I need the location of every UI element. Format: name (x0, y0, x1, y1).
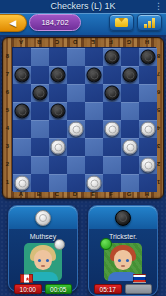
move-timer: 00:05 (45, 284, 73, 294)
checker-ring (54, 71, 62, 79)
square-F2[interactable] (103, 156, 121, 174)
player-left-timers: 10:00 00:05 (9, 284, 77, 294)
square-D7 (67, 66, 85, 84)
checker-ring (18, 71, 26, 79)
square-B6[interactable] (31, 84, 49, 102)
square-C7[interactable] (49, 66, 67, 84)
checker-ring (18, 107, 26, 115)
avatar-eye (38, 259, 41, 262)
checker-white-H2[interactable] (141, 158, 156, 173)
square-F5 (103, 102, 121, 120)
game-timer: 10:00 (14, 284, 42, 294)
white-checker-icon (35, 210, 51, 226)
rank-label-8: 8 (3, 47, 12, 65)
checker-ring (144, 125, 152, 133)
square-B7 (31, 66, 49, 84)
square-G4 (121, 120, 139, 138)
square-H1 (139, 174, 157, 192)
square-F1 (103, 174, 121, 192)
square-B8[interactable] (31, 48, 49, 66)
square-E4 (85, 120, 103, 138)
avatar-eye (118, 259, 121, 262)
square-A8 (13, 48, 31, 66)
checker-ring (144, 53, 152, 61)
square-E2 (85, 156, 103, 174)
avatar-mouth (121, 265, 125, 267)
checker-white-H4[interactable] (141, 122, 156, 137)
square-C4 (49, 120, 67, 138)
file-label-E: E (84, 38, 102, 47)
square-C6 (49, 84, 67, 102)
square-H3 (139, 138, 157, 156)
rank-label-5: 5 (3, 101, 12, 119)
checker-white-D4[interactable] (69, 122, 84, 137)
checker-black-B6[interactable] (33, 86, 48, 101)
square-A1[interactable] (13, 174, 31, 192)
checker-black-F8[interactable] (105, 50, 120, 65)
player-right-header (89, 206, 157, 229)
checker-black-H8[interactable] (141, 50, 156, 65)
checker-ring (144, 161, 152, 169)
rank-label-1: 1 (3, 173, 12, 191)
player-right-name: Trickster. (89, 233, 157, 240)
checker-black-C7[interactable] (51, 68, 66, 83)
russia-flag-icon (133, 274, 146, 283)
file-label-C: C (48, 38, 66, 47)
checker-white-A1[interactable] (15, 176, 30, 191)
square-F3 (103, 138, 121, 156)
square-G7[interactable] (121, 66, 139, 84)
coords-top: ABCDEFGH (12, 38, 156, 47)
checker-ring (108, 125, 116, 133)
square-G3[interactable] (121, 138, 139, 156)
square-A7[interactable] (13, 66, 31, 84)
square-G2 (121, 156, 139, 174)
canada-flag-icon (20, 274, 33, 283)
square-C2 (49, 156, 67, 174)
square-A5[interactable] (13, 102, 31, 120)
file-label-A: A (12, 38, 30, 47)
checker-ring (108, 89, 116, 97)
square-D5 (67, 102, 85, 120)
checker-ring (54, 107, 62, 115)
square-G8 (121, 48, 139, 66)
player-left-header (9, 206, 77, 229)
avatar-eye (126, 259, 129, 262)
square-H7 (139, 66, 157, 84)
score-badge[interactable]: 184,702 (29, 14, 81, 31)
checker-black-F6[interactable] (105, 86, 120, 101)
checker-white-C3[interactable] (51, 140, 66, 155)
rank-label-7: 7 (3, 65, 12, 83)
online-status-badge (100, 238, 112, 250)
avatar-face (114, 250, 132, 270)
checker-ring (126, 71, 134, 79)
square-F6[interactable] (103, 84, 121, 102)
checker-ring (108, 53, 116, 61)
file-label-D: D (66, 38, 84, 47)
checker-black-A7[interactable] (15, 68, 30, 83)
avatar-mouth (41, 265, 45, 267)
square-B2[interactable] (31, 156, 49, 174)
file-label-H: H (138, 38, 156, 47)
checker-black-E7[interactable] (87, 68, 102, 83)
score-value: 184,702 (41, 18, 68, 27)
square-D1 (67, 174, 85, 192)
move-timer-empty (125, 284, 153, 294)
square-C1[interactable] (49, 174, 67, 192)
player-panel-right[interactable]: Trickster. 05:17 (88, 205, 158, 296)
square-F7 (103, 66, 121, 84)
square-A2 (13, 156, 31, 174)
avatar-eye (46, 259, 49, 262)
game-timer: 05:17 (94, 284, 122, 294)
player-right-timers: 05:17 (89, 284, 157, 294)
kebab-menu-icon[interactable]: ⋮ (154, 0, 163, 13)
bar-chart-icon (144, 18, 155, 28)
chat-button[interactable] (109, 14, 134, 31)
checker-black-G7[interactable] (123, 68, 138, 83)
rank-label-2: 2 (3, 155, 12, 173)
square-C8 (49, 48, 67, 66)
square-D6[interactable] (67, 84, 85, 102)
coords-left: 87654321 (3, 47, 12, 191)
checker-ring (39, 214, 47, 222)
board-frame: ABCDEFGH ABCDEFGH 87654321 87654321 (2, 37, 164, 199)
square-B3 (31, 138, 49, 156)
square-G1[interactable] (121, 174, 139, 192)
checker-white-F4[interactable] (105, 122, 120, 137)
black-checker-icon (115, 210, 131, 226)
page-title: Checkers (L) 1K (50, 0, 115, 13)
square-B1 (31, 174, 49, 192)
square-H4[interactable] (139, 120, 157, 138)
square-F8[interactable] (103, 48, 121, 66)
rank-label-3: 3 (3, 137, 12, 155)
square-D4[interactable] (67, 120, 85, 138)
board-grid (12, 47, 156, 191)
square-E6 (85, 84, 103, 102)
square-E5[interactable] (85, 102, 103, 120)
square-B5 (31, 102, 49, 120)
checker-ring (90, 71, 98, 79)
player-left-name: Muthsey (9, 233, 77, 240)
checker-white-E1[interactable] (87, 176, 102, 191)
checker-black-C5[interactable] (51, 104, 66, 119)
stats-button[interactable] (137, 14, 162, 31)
checker-ring (126, 143, 134, 151)
checker-white-G3[interactable] (123, 140, 138, 155)
square-H8[interactable] (139, 48, 157, 66)
title-bar: Checkers (L) 1K ⋮ (0, 0, 166, 13)
player-panel-left[interactable]: Muthsey 10:00 00:05 (8, 205, 78, 292)
square-H2[interactable] (139, 156, 157, 174)
square-D8[interactable] (67, 48, 85, 66)
square-G6 (121, 84, 139, 102)
square-A4 (13, 120, 31, 138)
square-G5[interactable] (121, 102, 139, 120)
square-A3[interactable] (13, 138, 31, 156)
back-button[interactable]: ◀ (0, 14, 27, 32)
square-F4[interactable] (103, 120, 121, 138)
square-E7[interactable] (85, 66, 103, 84)
square-H6[interactable] (139, 84, 157, 102)
square-C3[interactable] (49, 138, 67, 156)
avatar-face (34, 250, 52, 270)
rank-label-4: 4 (3, 119, 12, 137)
checker-ring (72, 125, 80, 133)
app-screen: Checkers (L) 1K ⋮ ◀ 184,702 ABCDEFGH ABC… (0, 0, 166, 296)
square-D3 (67, 138, 85, 156)
white-piece-badge (54, 239, 65, 250)
checker-black-A5[interactable] (15, 104, 30, 119)
checker-ring (90, 179, 98, 187)
square-B4[interactable] (31, 120, 49, 138)
checker-ring (36, 89, 44, 97)
rank-label-6: 6 (3, 83, 12, 101)
square-D2[interactable] (67, 156, 85, 174)
square-E3[interactable] (85, 138, 103, 156)
checker-ring (119, 214, 127, 222)
file-label-B: B (30, 38, 48, 47)
file-label-F: F (102, 38, 120, 47)
player-left-avatar[interactable] (24, 243, 62, 281)
file-label-G: G (120, 38, 138, 47)
checker-ring (18, 179, 26, 187)
player-right-avatar[interactable] (104, 243, 142, 281)
square-E1[interactable] (85, 174, 103, 192)
square-H5 (139, 102, 157, 120)
back-arrow-icon: ◀ (10, 19, 17, 28)
checker-ring (54, 143, 62, 151)
square-C5[interactable] (49, 102, 67, 120)
square-E8 (85, 48, 103, 66)
mail-icon (115, 18, 128, 27)
square-A6 (13, 84, 31, 102)
